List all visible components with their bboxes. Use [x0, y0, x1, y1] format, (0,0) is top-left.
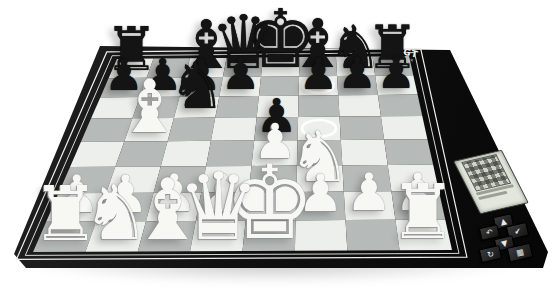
piece-bP-h7[interactable]: ♟: [374, 51, 418, 95]
pieces-layer: ♜♞♝♚♛♝♜♟♟♟♟♟♟♟♞♟♝♟♞♟♟♟♟♟♟♟♜♚♛♝♞♜: [0, 0, 560, 288]
piece-wR-a1[interactable]: ♜: [27, 177, 103, 253]
piece-wB-b5[interactable]: ♝: [113, 70, 187, 144]
display-position-diagram: [463, 155, 510, 190]
piece-wR-h1[interactable]: ♜: [385, 175, 461, 251]
piece-bP-g7[interactable]: ♟: [335, 51, 379, 95]
dgt-centaur-chess-computer: { "game": "chess", "device": { "logo_tex…: [0, 0, 560, 288]
piece-bP-f7[interactable]: ♟: [296, 52, 340, 96]
